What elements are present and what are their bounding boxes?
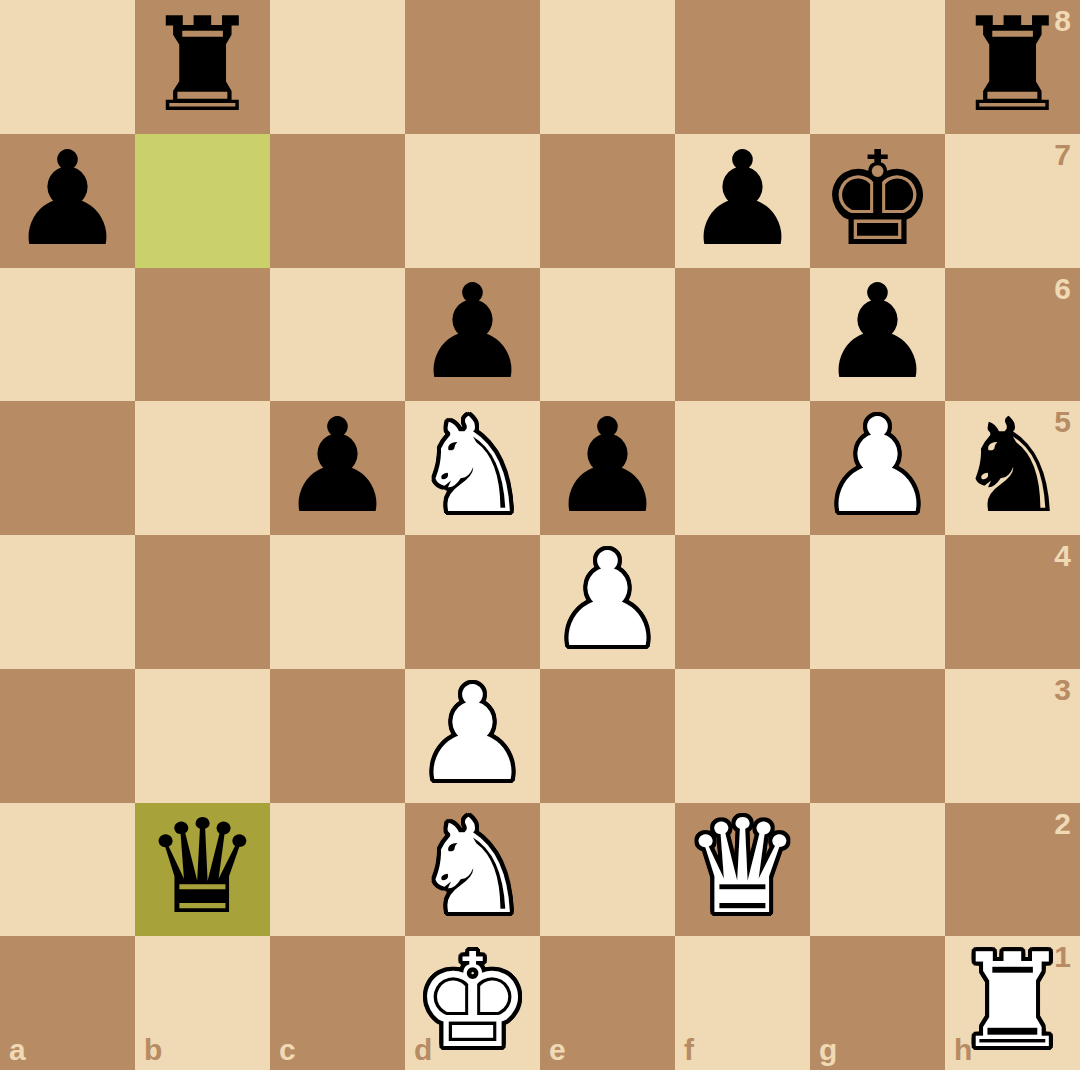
square-a4[interactable]: [0, 535, 135, 669]
square-c3[interactable]: [270, 669, 405, 803]
square-f4[interactable]: [675, 535, 810, 669]
square-b1[interactable]: b: [135, 936, 270, 1070]
rank-label-2: 2: [1054, 809, 1071, 839]
square-f8[interactable]: [675, 0, 810, 134]
square-e5[interactable]: ♟: [540, 401, 675, 535]
piece-white-rook-h1[interactable]: ♜: [954, 936, 1071, 1066]
square-h4[interactable]: 4: [945, 535, 1080, 669]
piece-white-pawn-e4[interactable]: ♟: [549, 535, 666, 665]
square-c5[interactable]: ♟: [270, 401, 405, 535]
square-d2[interactable]: ♞: [405, 803, 540, 937]
piece-white-pawn-g5[interactable]: ♟: [819, 401, 936, 531]
square-e1[interactable]: e: [540, 936, 675, 1070]
square-f1[interactable]: f: [675, 936, 810, 1070]
piece-black-knight-h5[interactable]: ♞: [954, 401, 1071, 531]
square-a3[interactable]: [0, 669, 135, 803]
file-label-e: e: [549, 1035, 566, 1065]
square-h2[interactable]: 2: [945, 803, 1080, 937]
square-a2[interactable]: [0, 803, 135, 937]
square-c7[interactable]: [270, 134, 405, 268]
square-e3[interactable]: [540, 669, 675, 803]
chess-board: ♜8♜♟♟♚7♟♟6♟♞♟♟5♞♟4♟3♛♞♛2abcd♚efg1h♜: [0, 0, 1080, 1070]
square-d8[interactable]: [405, 0, 540, 134]
piece-black-rook-h8[interactable]: ♜: [954, 0, 1071, 130]
square-a1[interactable]: a: [0, 936, 135, 1070]
square-f5[interactable]: [675, 401, 810, 535]
square-f6[interactable]: [675, 268, 810, 402]
piece-black-queen-b2[interactable]: ♛: [144, 802, 261, 932]
square-h3[interactable]: 3: [945, 669, 1080, 803]
square-c1[interactable]: c: [270, 936, 405, 1070]
square-e8[interactable]: [540, 0, 675, 134]
square-d6[interactable]: ♟: [405, 268, 540, 402]
piece-black-pawn-a7[interactable]: ♟: [9, 134, 126, 264]
square-f3[interactable]: [675, 669, 810, 803]
square-b6[interactable]: [135, 268, 270, 402]
square-a7[interactable]: ♟: [0, 134, 135, 268]
square-e4[interactable]: ♟: [540, 535, 675, 669]
rank-label-3: 3: [1054, 675, 1071, 705]
square-c4[interactable]: [270, 535, 405, 669]
square-f7[interactable]: ♟: [675, 134, 810, 268]
piece-black-pawn-e5[interactable]: ♟: [549, 401, 666, 531]
square-a8[interactable]: [0, 0, 135, 134]
square-g5[interactable]: ♟: [810, 401, 945, 535]
square-c6[interactable]: [270, 268, 405, 402]
piece-white-knight-d2[interactable]: ♞: [414, 802, 531, 932]
square-h1[interactable]: 1h♜: [945, 936, 1080, 1070]
piece-black-pawn-g6[interactable]: ♟: [819, 267, 936, 397]
square-b4[interactable]: [135, 535, 270, 669]
square-e7[interactable]: [540, 134, 675, 268]
square-d4[interactable]: [405, 535, 540, 669]
square-h6[interactable]: 6: [945, 268, 1080, 402]
square-c2[interactable]: [270, 803, 405, 937]
piece-white-pawn-d3[interactable]: ♟: [414, 669, 531, 799]
square-h5[interactable]: 5♞: [945, 401, 1080, 535]
file-label-c: c: [279, 1035, 296, 1065]
square-g2[interactable]: [810, 803, 945, 937]
square-b8[interactable]: ♜: [135, 0, 270, 134]
square-g8[interactable]: [810, 0, 945, 134]
piece-black-pawn-f7[interactable]: ♟: [684, 134, 801, 264]
rank-label-4: 4: [1054, 541, 1071, 571]
file-label-f: f: [684, 1035, 694, 1065]
square-g7[interactable]: ♚: [810, 134, 945, 268]
square-b3[interactable]: [135, 669, 270, 803]
file-label-g: g: [819, 1035, 837, 1065]
square-c8[interactable]: [270, 0, 405, 134]
square-a5[interactable]: [0, 401, 135, 535]
square-e2[interactable]: [540, 803, 675, 937]
file-label-a: a: [9, 1035, 26, 1065]
piece-black-rook-b8[interactable]: ♜: [144, 0, 261, 130]
square-h7[interactable]: 7: [945, 134, 1080, 268]
square-d5[interactable]: ♞: [405, 401, 540, 535]
piece-white-queen-f2[interactable]: ♛: [684, 802, 801, 932]
square-g3[interactable]: [810, 669, 945, 803]
square-f2[interactable]: ♛: [675, 803, 810, 937]
piece-black-pawn-d6[interactable]: ♟: [414, 267, 531, 397]
square-e6[interactable]: [540, 268, 675, 402]
piece-white-knight-d5[interactable]: ♞: [414, 401, 531, 531]
rank-label-7: 7: [1054, 140, 1071, 170]
square-b7[interactable]: [135, 134, 270, 268]
square-g6[interactable]: ♟: [810, 268, 945, 402]
square-g1[interactable]: g: [810, 936, 945, 1070]
square-d1[interactable]: d♚: [405, 936, 540, 1070]
square-g4[interactable]: [810, 535, 945, 669]
square-b5[interactable]: [135, 401, 270, 535]
square-b2[interactable]: ♛: [135, 803, 270, 937]
square-a6[interactable]: [0, 268, 135, 402]
square-d3[interactable]: ♟: [405, 669, 540, 803]
rank-label-6: 6: [1054, 274, 1071, 304]
piece-black-pawn-c5[interactable]: ♟: [279, 401, 396, 531]
file-label-b: b: [144, 1035, 162, 1065]
square-h8[interactable]: 8♜: [945, 0, 1080, 134]
square-d7[interactable]: [405, 134, 540, 268]
piece-white-king-d1[interactable]: ♚: [414, 936, 531, 1066]
piece-black-king-g7[interactable]: ♚: [819, 134, 936, 264]
